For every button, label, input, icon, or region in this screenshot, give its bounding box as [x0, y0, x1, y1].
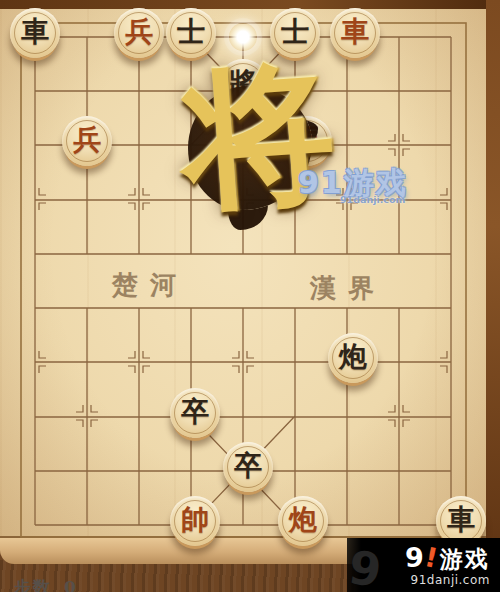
piece-character: 車 — [447, 506, 475, 534]
piece-black-卒[interactable]: 卒 — [170, 388, 220, 438]
piece-character: 車 — [21, 18, 49, 46]
logo-exclamation: ! — [422, 543, 440, 572]
check-animation: 将 — [170, 42, 340, 242]
step-counter-label: 步数 — [14, 577, 52, 592]
corner-watermark-domain: 91danji.com — [411, 573, 490, 587]
logo-9: 9 — [405, 544, 424, 571]
piece-black-卒[interactable]: 卒 — [223, 442, 273, 492]
piece-character: 兵 — [73, 126, 101, 154]
piece-character: 車 — [341, 18, 369, 46]
piece-red-兵[interactable]: 兵 — [114, 8, 164, 58]
xiangqi-game-screen: 楚河 漢界 車兵士士車將兵馬炮卒卒帥炮車 将 91游戏 91danji.com … — [0, 0, 500, 592]
piece-red-帥[interactable]: 帥 — [170, 496, 220, 546]
piece-character: 炮 — [339, 343, 367, 371]
piece-character: 卒 — [234, 452, 262, 480]
piece-red-炮[interactable]: 炮 — [278, 496, 328, 546]
piece-red-兵[interactable]: 兵 — [62, 116, 112, 166]
corner-watermark-shadow-glyph: 9 — [347, 540, 385, 592]
corner-watermark-bar: 9 9 ! 游戏 91danji.com — [347, 538, 500, 592]
piece-character: 炮 — [289, 506, 317, 534]
step-counter: 步数0 — [14, 576, 78, 592]
center-watermark: 91游戏 91danji.com — [298, 168, 408, 205]
step-counter-value: 0 — [64, 577, 78, 592]
piece-character: 兵 — [125, 18, 153, 46]
piece-black-車[interactable]: 車 — [10, 8, 60, 58]
center-watermark-domain: 91danji.com — [340, 195, 408, 205]
corner-watermark-logo-row: 9 ! 游戏 — [405, 544, 490, 571]
piece-black-炮[interactable]: 炮 — [328, 333, 378, 383]
check-character: 将 — [167, 32, 351, 243]
piece-character: 帥 — [181, 506, 209, 534]
piece-character: 卒 — [181, 398, 209, 426]
logo-text: 游戏 — [440, 548, 490, 571]
